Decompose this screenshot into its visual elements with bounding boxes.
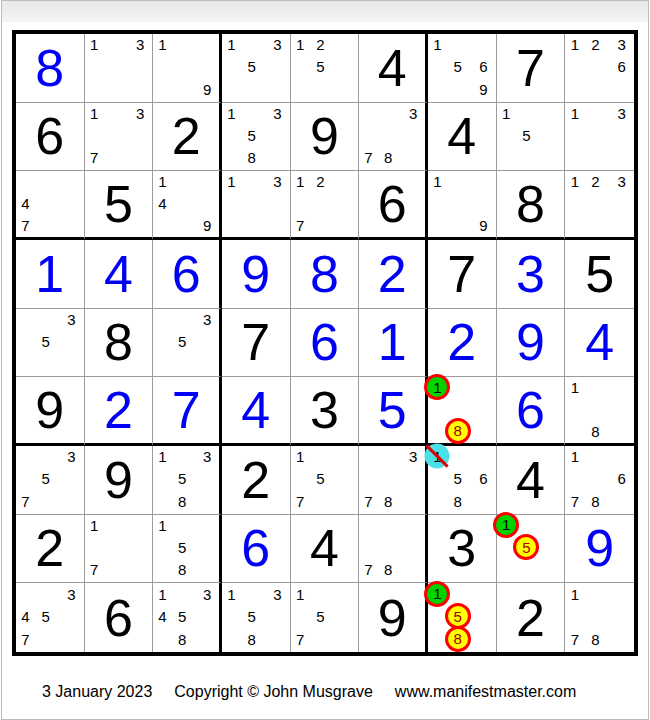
candidate-digit[interactable]: 9 [479,217,487,232]
candidate-digit[interactable]: 2 [316,37,324,52]
candidate-digit[interactable]: 7 [571,493,579,508]
cell-r2c1[interactable]: 6 [16,103,85,172]
solved-digit: 4 [241,384,270,436]
candidate-digit[interactable]: 1 [158,586,166,601]
green-circled-candidate[interactable]: 1 [424,374,450,400]
candidate-digit[interactable]: 3 [203,449,211,464]
candidate-digit[interactable]: 1 [90,517,98,532]
cell-r6c4[interactable]: 4 [222,377,291,446]
cell-r4c6[interactable]: 2 [359,240,428,309]
cell-r8c2[interactable]: 17 [85,515,154,584]
cell-r8c9[interactable]: 9 [565,515,634,584]
cell-r7c5[interactable]: 157 [291,446,360,515]
cell-r7c3[interactable]: 1358 [153,446,222,515]
cell-r6c1[interactable]: 9 [16,377,85,446]
footer-date: 3 January 2023 [42,683,152,701]
cell-r4c5[interactable]: 8 [291,240,360,309]
cell-r3c6[interactable]: 6 [359,171,428,240]
green-circled-candidate[interactable]: 1 [424,581,450,607]
cell-r9c8[interactable]: 2 [497,583,566,652]
yellow-circled-candidate[interactable]: 8 [445,626,471,652]
cell-r1c5[interactable]: 125 [291,34,360,103]
given-digit: 6 [35,110,64,162]
candidate-digit[interactable]: 8 [591,423,599,438]
cell-r5c3[interactable]: 35 [153,309,222,378]
cell-r2c3[interactable]: 2 [153,103,222,172]
cell-r2c5[interactable]: 9 [291,103,360,172]
candidate-digit[interactable]: 5 [248,609,256,624]
candidate-digit[interactable]: 7 [21,493,29,508]
candidate-digit[interactable]: 3 [67,586,75,601]
candidate-digit[interactable]: 8 [384,562,392,577]
cell-r4c2[interactable]: 4 [85,240,154,309]
cell-r3c3[interactable]: 149 [153,171,222,240]
given-digit: 7 [516,42,545,94]
candidate-digit[interactable]: 8 [591,493,599,508]
solved-digit: 1 [35,248,64,300]
candidate-digit[interactable]: 4 [21,195,29,210]
given-digit: 7 [447,248,476,300]
candidate-digit[interactable]: 3 [203,311,211,326]
cell-r5c1[interactable]: 35 [16,309,85,378]
cell-r5c6[interactable]: 1 [359,309,428,378]
cell-r2c9[interactable]: 13 [565,103,634,172]
given-digit: 7 [241,316,270,368]
solved-digit: 9 [585,522,614,574]
candidate-digit[interactable]: 8 [178,562,186,577]
given-digit: 5 [104,178,133,230]
cell-r5c9[interactable]: 4 [565,309,634,378]
cell-r8c4[interactable]: 6 [222,515,291,584]
candidate-digit[interactable]: 2 [591,174,599,189]
given-digit: 4 [378,42,407,94]
candidate-digit[interactable]: 3 [273,37,281,52]
candidate-digit[interactable]: 5 [316,59,324,74]
cell-r7c2[interactable]: 9 [85,446,154,515]
footer-website: www.manifestmaster.com [395,683,576,701]
solved-digit: 3 [516,248,545,300]
solved-digit: 9 [516,316,545,368]
cell-r3c4[interactable]: 13 [222,171,291,240]
cell-r6c9[interactable]: 18 [565,377,634,446]
candidate-digit[interactable]: 1 [571,586,579,601]
cell-r8c6[interactable]: 78 [359,515,428,584]
candidate-digit[interactable]: 4 [158,195,166,210]
candidate-digit[interactable]: 8 [454,493,462,508]
candidate-digit[interactable]: 6 [479,59,487,74]
cell-r2c2[interactable]: 137 [85,103,154,172]
yellow-circled-candidate[interactable]: 8 [445,418,471,444]
candidate-digit[interactable]: 1 [571,37,579,52]
cell-r9c7[interactable]: 158 [428,583,497,652]
candidate-digit[interactable]: 7 [364,493,372,508]
candidate-digit[interactable]: 2 [591,37,599,52]
cell-r1c9[interactable]: 1236 [565,34,634,103]
given-digit: 9 [104,454,133,506]
candidate-digit[interactable]: 8 [591,631,599,646]
candidate-digit[interactable]: 1 [90,37,98,52]
given-digit: 6 [378,178,407,230]
cell-r3c9[interactable]: 123 [565,171,634,240]
given-digit: 2 [516,592,545,644]
candidate-digit[interactable]: 9 [203,81,211,96]
candidate-digit[interactable]: 5 [248,128,256,143]
given-digit: 5 [585,248,614,300]
solved-digit: 2 [447,316,476,368]
candidate-digit[interactable]: 7 [364,562,372,577]
candidate-digit[interactable]: 1 [571,174,579,189]
candidate-digit[interactable]: 8 [384,493,392,508]
candidate-digit[interactable]: 9 [479,81,487,96]
solved-digit: 7 [172,384,201,436]
candidate-digit[interactable]: 5 [316,609,324,624]
cell-r5c5[interactable]: 6 [291,309,360,378]
candidate-digit[interactable]: 7 [90,150,98,165]
candidate-digit[interactable]: 2 [316,174,324,189]
candidate-digit[interactable]: 7 [364,150,372,165]
candidate-digit[interactable]: 3 [67,311,75,326]
candidate-digit[interactable]: 8 [178,631,186,646]
given-digit: 4 [447,110,476,162]
cell-r1c4[interactable]: 135 [222,34,291,103]
candidate-digit[interactable]: 1 [227,586,235,601]
candidate-digit[interactable]: 1 [433,37,441,52]
candidate-digit[interactable]: 7 [21,217,29,232]
cell-r4c3[interactable]: 6 [153,240,222,309]
cell-r8c7[interactable]: 3 [428,515,497,584]
cell-r9c1[interactable]: 3457 [16,583,85,652]
cell-r7c9[interactable]: 1678 [565,446,634,515]
solved-digit: 5 [378,384,407,436]
candidate-digit[interactable]: 5 [316,471,324,486]
cell-r4c7[interactable]: 7 [428,240,497,309]
candidate-digit[interactable]: 7 [90,562,98,577]
given-digit: 2 [241,454,270,506]
given-digit: 3 [310,384,339,436]
solved-digit: 6 [310,316,339,368]
given-digit: 9 [310,110,339,162]
candidate-digit[interactable]: 1 [158,174,166,189]
given-digit: 9 [35,384,64,436]
candidate-digit[interactable]: 1 [433,174,441,189]
cell-r2c4[interactable]: 1358 [222,103,291,172]
candidate-digit[interactable]: 5 [248,59,256,74]
candidate-digit[interactable]: 3 [203,586,211,601]
candidate-digit[interactable]: 3 [409,105,417,120]
cell-r9c4[interactable]: 1358 [222,583,291,652]
cell-r2c6[interactable]: 378 [359,103,428,172]
candidate-digit[interactable]: 3 [273,105,281,120]
cell-r7c1[interactable]: 357 [16,446,85,515]
candidate-digit[interactable]: 1 [227,174,235,189]
cell-r8c5[interactable]: 4 [291,515,360,584]
candidate-digit[interactable]: 4 [158,609,166,624]
candidate-digit[interactable]: 1 [296,174,304,189]
cell-r2c7[interactable]: 4 [428,103,497,172]
cell-r9c5[interactable]: 157 [291,583,360,652]
candidate-digit[interactable]: 5 [42,334,50,349]
cell-r7c8[interactable]: 4 [497,446,566,515]
candidate-digit[interactable]: 5 [42,609,50,624]
solved-digit: 6 [172,248,201,300]
yellow-circled-candidate[interactable]: 5 [513,534,539,560]
candidate-digit[interactable]: 5 [42,471,50,486]
sudoku-board: 8131913512541569712366137213589378415134… [12,30,638,656]
solved-digit: 8 [35,42,64,94]
cell-r1c8[interactable]: 7 [497,34,566,103]
cell-r6c5[interactable]: 3 [291,377,360,446]
cell-r5c8[interactable]: 9 [497,309,566,378]
cell-r3c5[interactable]: 127 [291,171,360,240]
cell-r4c8[interactable]: 3 [497,240,566,309]
cell-r5c4[interactable]: 7 [222,309,291,378]
cell-r6c2[interactable]: 2 [85,377,154,446]
cell-r5c7[interactable]: 2 [428,309,497,378]
candidate-digit[interactable]: 1 [571,380,579,395]
cell-r9c6[interactable]: 9 [359,583,428,652]
candidate-digit[interactable]: 1 [158,517,166,532]
cell-r6c7[interactable]: 18 [428,377,497,446]
cell-r1c3[interactable]: 19 [153,34,222,103]
given-digit: 2 [35,522,64,574]
given-digit: 2 [172,110,201,162]
cell-r7c7[interactable]: 1568 [428,446,497,515]
solved-digit: 6 [241,522,270,574]
candidate-digit[interactable]: 1 [90,105,98,120]
cell-r4c4[interactable]: 9 [222,240,291,309]
candidate-digit[interactable]: 1 [158,37,166,52]
candidate-digit[interactable]: 3 [617,37,625,52]
candidate-digit[interactable]: 3 [617,174,625,189]
candidate-digit[interactable]: 1 [227,37,235,52]
candidate-digit[interactable]: 5 [178,609,186,624]
cell-r1c2[interactable]: 13 [85,34,154,103]
candidate-digit[interactable]: 8 [384,150,392,165]
candidate-digit[interactable]: 3 [617,105,625,120]
candidate-digit[interactable]: 7 [296,493,304,508]
cell-r1c6[interactable]: 4 [359,34,428,103]
candidate-digit[interactable]: 9 [203,217,211,232]
page-frame: 8131913512541569712366137213589378415134… [1,0,649,720]
cell-r6c8[interactable]: 6 [497,377,566,446]
footer: 3 January 2023 Copyright © John Musgrave… [42,683,576,701]
candidate-digit[interactable]: 5 [178,471,186,486]
candidate-digit[interactable]: 1 [227,105,235,120]
solved-digit: 2 [378,248,407,300]
cell-r3c2[interactable]: 5 [85,171,154,240]
candidate-digit[interactable]: 1 [571,105,579,120]
top-strip [2,1,648,22]
candidate-digit[interactable]: 3 [273,174,281,189]
candidate-digit[interactable]: 7 [296,217,304,232]
candidate-digit[interactable]: 8 [178,493,186,508]
given-digit: 8 [104,316,133,368]
solved-digit: 8 [310,248,339,300]
cell-r3c1[interactable]: 47 [16,171,85,240]
candidate-digit[interactable]: 7 [296,631,304,646]
candidate-digit[interactable]: 1 [158,449,166,464]
cell-r6c3[interactable]: 7 [153,377,222,446]
candidate-digit[interactable]: 3 [273,586,281,601]
candidate-digit[interactable]: 8 [248,631,256,646]
cell-r3c7[interactable]: 19 [428,171,497,240]
candidate-digit[interactable]: 6 [479,471,487,486]
green-circled-candidate[interactable]: 1 [493,512,519,538]
cell-r9c9[interactable]: 178 [565,583,634,652]
candidate-digit[interactable]: 5 [522,128,530,143]
candidate-digit[interactable]: 3 [136,37,144,52]
solved-digit: 4 [104,248,133,300]
cell-r9c2[interactable]: 6 [85,583,154,652]
candidate-digit[interactable]: 1 [502,105,510,120]
candidate-digit[interactable]: 1 [296,449,304,464]
candidate-digit[interactable]: 1 [296,37,304,52]
given-digit: 6 [104,592,133,644]
cell-r8c1[interactable]: 2 [16,515,85,584]
solved-digit: 4 [585,316,614,368]
given-digit: 9 [378,592,407,644]
candidate-digit[interactable]: 1 [296,586,304,601]
footer-copyright: Copyright © John Musgrave [174,683,373,701]
candidate-digit[interactable]: 4 [21,609,29,624]
solved-digit: 1 [378,316,407,368]
cell-r2c8[interactable]: 15 [497,103,566,172]
solved-digit: 6 [516,384,545,436]
candidate-digit[interactable]: 8 [248,150,256,165]
solved-digit: 2 [104,384,133,436]
given-digit: 8 [516,178,545,230]
cell-r9c3[interactable]: 13458 [153,583,222,652]
given-digit: 4 [516,454,545,506]
candidate-digit[interactable]: 5 [454,59,462,74]
cell-r4c1[interactable]: 1 [16,240,85,309]
candidate-digit[interactable]: 5 [178,540,186,555]
cell-r1c1[interactable]: 8 [16,34,85,103]
candidate-digit[interactable]: 5 [178,334,186,349]
cell-r7c4[interactable]: 2 [222,446,291,515]
candidate-digit[interactable]: 7 [571,631,579,646]
cell-r8c8[interactable]: 15 [497,515,566,584]
candidate-digit[interactable]: 5 [454,471,462,486]
candidate-digit[interactable]: 3 [136,105,144,120]
cell-r3c8[interactable]: 8 [497,171,566,240]
cell-r8c3[interactable]: 158 [153,515,222,584]
cell-r5c2[interactable]: 8 [85,309,154,378]
cell-r7c6[interactable]: 378 [359,446,428,515]
given-digit: 3 [447,522,476,574]
solved-digit: 9 [241,248,270,300]
given-digit: 4 [310,522,339,574]
cell-r1c7[interactable]: 1569 [428,34,497,103]
candidate-digit[interactable]: 6 [617,471,625,486]
cell-r4c9[interactable]: 5 [565,240,634,309]
cell-r6c6[interactable]: 5 [359,377,428,446]
candidate-digit[interactable]: 1 [571,449,579,464]
candidate-digit[interactable]: 6 [617,59,625,74]
candidate-digit[interactable]: 3 [409,449,417,464]
candidate-digit[interactable]: 3 [67,449,75,464]
candidate-digit[interactable]: 7 [21,631,29,646]
